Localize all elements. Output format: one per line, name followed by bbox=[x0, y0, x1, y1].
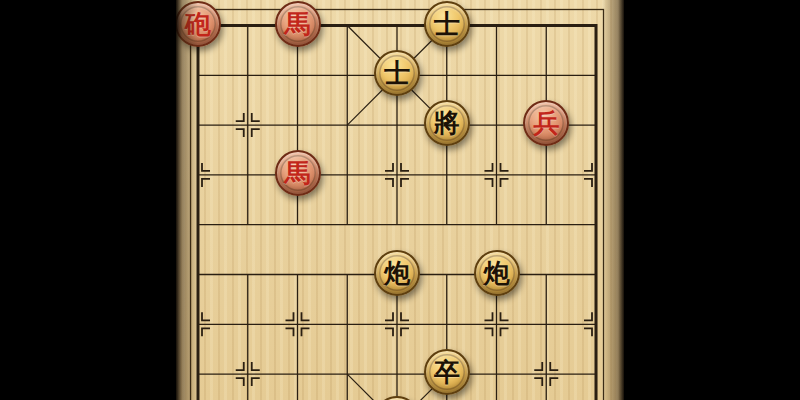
piece-glyph-cannon: 炮 bbox=[384, 260, 410, 286]
piece-glyph-general: 將 bbox=[434, 110, 460, 136]
piece-red-horse[interactable]: 馬 bbox=[275, 150, 321, 196]
piece-glyph-horse: 馬 bbox=[285, 11, 311, 37]
piece-glyph-advisor: 士 bbox=[434, 11, 460, 37]
piece-glyph-soldier: 卒 bbox=[434, 359, 460, 385]
letterbox-left bbox=[0, 0, 176, 400]
piece-black-advisor[interactable]: 士 bbox=[424, 1, 470, 47]
xiangqi-board[interactable]: 砲馬士士將兵馬炮炮卒 bbox=[176, 0, 624, 400]
piece-red-soldier[interactable]: 兵 bbox=[523, 100, 569, 146]
piece-glyph-cannon: 炮 bbox=[484, 260, 510, 286]
letterbox-right bbox=[624, 0, 800, 400]
piece-glyph-advisor: 士 bbox=[384, 60, 410, 86]
piece-glyph-cannon: 砲 bbox=[185, 11, 211, 37]
piece-black-advisor[interactable]: 士 bbox=[374, 50, 420, 96]
piece-black-general[interactable]: 將 bbox=[424, 100, 470, 146]
pieces-layer: 砲馬士士將兵馬炮炮卒 bbox=[176, 0, 624, 400]
piece-red-horse[interactable]: 馬 bbox=[275, 1, 321, 47]
piece-red-cannon[interactable]: 砲 bbox=[176, 1, 221, 47]
screenshot-stage: 砲馬士士將兵馬炮炮卒 bbox=[0, 0, 800, 400]
piece-glyph-soldier: 兵 bbox=[533, 110, 559, 136]
piece-black-unknown[interactable] bbox=[374, 396, 420, 400]
piece-black-cannon[interactable]: 炮 bbox=[474, 250, 520, 296]
piece-black-soldier[interactable]: 卒 bbox=[424, 349, 470, 395]
piece-black-cannon[interactable]: 炮 bbox=[374, 250, 420, 296]
piece-glyph-horse: 馬 bbox=[285, 160, 311, 186]
